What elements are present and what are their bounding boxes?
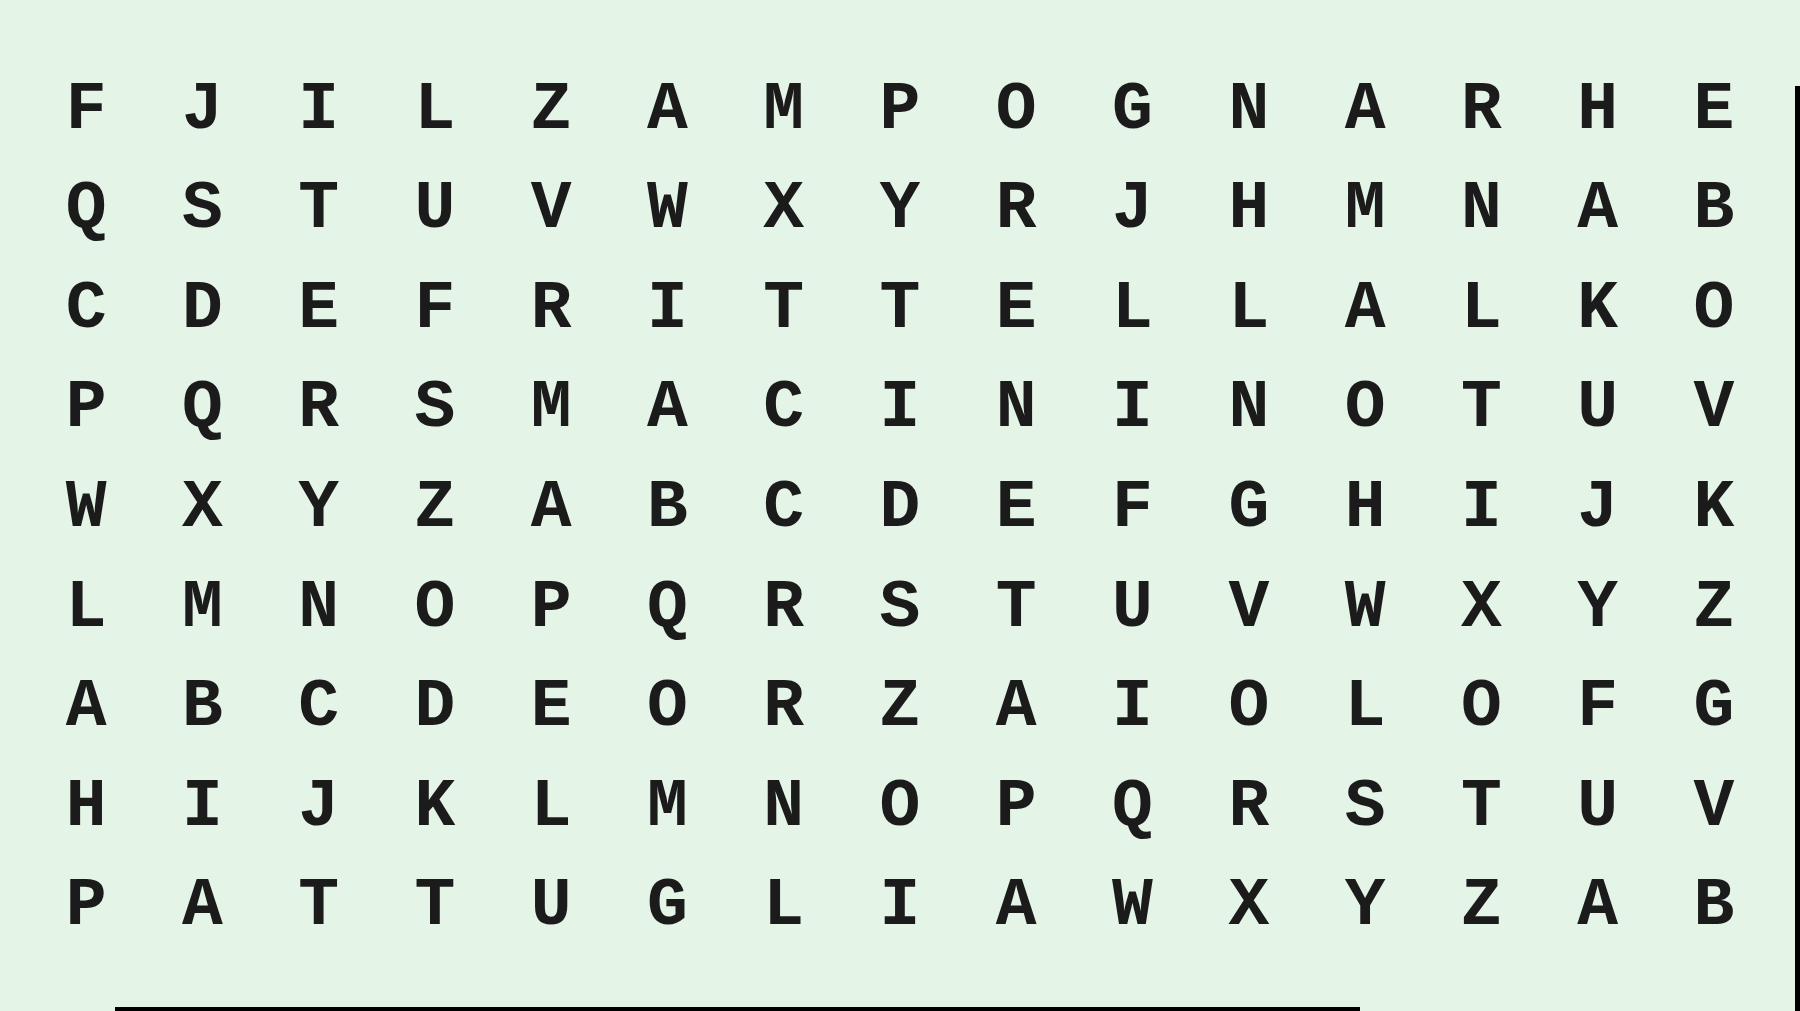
grid-cell[interactable]: B — [1656, 856, 1772, 956]
grid-cell[interactable]: Q — [1074, 757, 1190, 857]
grid-cell[interactable]: K — [377, 757, 493, 857]
grid-cell[interactable]: U — [1539, 757, 1655, 857]
grid-cell[interactable]: T — [958, 558, 1074, 658]
grid-cell[interactable]: K — [1656, 458, 1772, 558]
grid-cell[interactable]: I — [261, 60, 377, 160]
grid-cell[interactable]: A — [958, 856, 1074, 956]
grid-cell[interactable]: S — [1307, 757, 1423, 857]
grid-cell[interactable]: P — [842, 60, 958, 160]
grid-cell[interactable]: O — [609, 657, 725, 757]
grid-cell[interactable]: T — [261, 856, 377, 956]
grid-cell[interactable]: X — [726, 160, 842, 260]
grid-cell[interactable]: F — [1074, 458, 1190, 558]
grid-cell[interactable]: J — [261, 757, 377, 857]
grid-cell[interactable]: L — [1191, 259, 1307, 359]
word-grid: FJILZAMPOGNARHEQSTUVWXYRJHMNABCDEFRITTEL… — [28, 60, 1772, 956]
grid-cell[interactable]: N — [1191, 359, 1307, 459]
grid-cell[interactable]: N — [1191, 60, 1307, 160]
grid-cell[interactable]: P — [28, 856, 144, 956]
grid-cell[interactable]: A — [493, 458, 609, 558]
grid-cell[interactable]: Y — [842, 160, 958, 260]
grid-cell[interactable]: B — [144, 657, 260, 757]
grid-cell[interactable]: Z — [377, 458, 493, 558]
grid-cell[interactable]: D — [842, 458, 958, 558]
grid-cell[interactable]: Q — [144, 359, 260, 459]
grid-cell[interactable]: T — [261, 160, 377, 260]
grid-cell[interactable]: J — [1539, 458, 1655, 558]
grid-cell[interactable]: I — [144, 757, 260, 857]
grid-cell[interactable]: G — [1074, 60, 1190, 160]
grid-cell[interactable]: A — [1539, 856, 1655, 956]
grid-cell[interactable]: M — [1307, 160, 1423, 260]
screen-edge-right-bar — [1795, 86, 1800, 1011]
grid-cell[interactable]: L — [726, 856, 842, 956]
grid-cell[interactable]: K — [1539, 259, 1655, 359]
grid-cell[interactable]: H — [1307, 458, 1423, 558]
grid-cell[interactable]: R — [261, 359, 377, 459]
grid-cell[interactable]: U — [1539, 359, 1655, 459]
grid-cell[interactable]: T — [377, 856, 493, 956]
grid-cell[interactable]: E — [958, 458, 1074, 558]
grid-cell[interactable]: Z — [1423, 856, 1539, 956]
grid-cell[interactable]: R — [958, 160, 1074, 260]
grid-cell[interactable]: D — [377, 657, 493, 757]
grid-cell[interactable]: W — [609, 160, 725, 260]
grid-cell[interactable]: Z — [493, 60, 609, 160]
grid-cell[interactable]: S — [144, 160, 260, 260]
grid-cell[interactable]: B — [1656, 160, 1772, 260]
grid-cell[interactable]: E — [958, 259, 1074, 359]
grid-cell[interactable]: T — [1423, 757, 1539, 857]
grid-cell[interactable]: O — [377, 558, 493, 658]
screen-edge-bottom-bar — [115, 1007, 1360, 1011]
word-search-screen: FJILZAMPOGNARHEQSTUVWXYRJHMNABCDEFRITTEL… — [0, 0, 1800, 1011]
grid-cell[interactable]: I — [609, 259, 725, 359]
grid-cell[interactable]: I — [1423, 458, 1539, 558]
grid-cell[interactable]: O — [1191, 657, 1307, 757]
grid-cell[interactable]: A — [958, 657, 1074, 757]
grid-cell[interactable]: J — [144, 60, 260, 160]
grid-cell[interactable]: S — [377, 359, 493, 459]
grid-cell[interactable]: E — [493, 657, 609, 757]
grid-cell[interactable]: A — [1539, 160, 1655, 260]
grid-cell[interactable]: I — [842, 359, 958, 459]
grid-cell[interactable]: Z — [1656, 558, 1772, 658]
grid-cell[interactable]: N — [261, 558, 377, 658]
grid-cell[interactable]: N — [958, 359, 1074, 459]
grid-cell[interactable]: B — [609, 458, 725, 558]
grid-cell[interactable]: P — [493, 558, 609, 658]
grid-cell[interactable]: W — [28, 458, 144, 558]
grid-cell[interactable]: F — [377, 259, 493, 359]
grid-cell[interactable]: R — [1423, 60, 1539, 160]
grid-cell[interactable]: O — [958, 60, 1074, 160]
grid-cell[interactable]: M — [609, 757, 725, 857]
grid-cell[interactable]: G — [609, 856, 725, 956]
grid-cell[interactable]: Y — [1539, 558, 1655, 658]
grid-cell[interactable]: R — [1191, 757, 1307, 857]
grid-cell[interactable]: U — [1074, 558, 1190, 658]
grid-cell[interactable]: M — [144, 558, 260, 658]
grid-cell[interactable]: A — [144, 856, 260, 956]
grid-cell[interactable]: L — [493, 757, 609, 857]
grid-cell[interactable]: L — [28, 558, 144, 658]
grid-cell[interactable]: Y — [1307, 856, 1423, 956]
grid-cell[interactable]: V — [1656, 757, 1772, 857]
grid-cell[interactable]: I — [1074, 657, 1190, 757]
grid-cell[interactable]: F — [28, 60, 144, 160]
grid-cell[interactable]: H — [1539, 60, 1655, 160]
grid-cell[interactable]: D — [144, 259, 260, 359]
grid-cell[interactable]: W — [1307, 558, 1423, 658]
grid-cell[interactable]: P — [958, 757, 1074, 857]
grid-cell[interactable]: I — [1074, 359, 1190, 459]
grid-cell[interactable]: T — [726, 259, 842, 359]
grid-cell[interactable]: H — [28, 757, 144, 857]
grid-cell[interactable]: R — [493, 259, 609, 359]
grid-cell[interactable]: C — [726, 458, 842, 558]
grid-cell[interactable]: V — [1191, 558, 1307, 658]
grid-cell[interactable]: A — [1307, 259, 1423, 359]
grid-cell[interactable]: O — [1423, 657, 1539, 757]
grid-cell[interactable]: X — [144, 458, 260, 558]
grid-cell[interactable]: O — [842, 757, 958, 857]
grid-cell[interactable]: O — [1307, 359, 1423, 459]
grid-cell[interactable]: Q — [609, 558, 725, 658]
grid-cell[interactable]: A — [28, 657, 144, 757]
grid-cell[interactable]: C — [261, 657, 377, 757]
grid-cell[interactable]: L — [1423, 259, 1539, 359]
grid-cell[interactable]: W — [1074, 856, 1190, 956]
grid-cell[interactable]: U — [377, 160, 493, 260]
grid-cell[interactable]: Q — [28, 160, 144, 260]
grid-cell[interactable]: E — [1656, 60, 1772, 160]
grid-cell[interactable]: N — [726, 757, 842, 857]
grid-cell[interactable]: Z — [842, 657, 958, 757]
grid-cell[interactable]: Y — [261, 458, 377, 558]
grid-cell[interactable]: L — [1307, 657, 1423, 757]
grid-cell[interactable]: A — [1307, 60, 1423, 160]
grid-cell[interactable]: X — [1423, 558, 1539, 658]
grid-cell[interactable]: C — [28, 259, 144, 359]
grid-cell[interactable]: L — [377, 60, 493, 160]
grid-cell[interactable]: U — [493, 856, 609, 956]
grid-cell[interactable]: G — [1191, 458, 1307, 558]
grid-cell[interactable]: O — [1656, 259, 1772, 359]
grid-cell[interactable]: A — [609, 359, 725, 459]
grid-cell[interactable]: S — [842, 558, 958, 658]
grid-cell[interactable]: L — [1074, 259, 1190, 359]
grid-cell[interactable]: N — [1423, 160, 1539, 260]
grid-cell[interactable]: X — [1191, 856, 1307, 956]
grid-cell[interactable]: F — [1539, 657, 1655, 757]
grid-cell[interactable]: T — [1423, 359, 1539, 459]
grid-cell[interactable]: H — [1191, 160, 1307, 260]
grid-cell[interactable]: M — [726, 60, 842, 160]
grid-cell[interactable]: V — [493, 160, 609, 260]
grid-cell[interactable]: C — [726, 359, 842, 459]
grid-cell[interactable]: E — [261, 259, 377, 359]
grid-cell[interactable]: T — [842, 259, 958, 359]
grid-cell[interactable]: V — [1656, 359, 1772, 459]
grid-cell[interactable]: P — [28, 359, 144, 459]
grid-cell[interactable]: R — [726, 558, 842, 658]
grid-cell[interactable]: J — [1074, 160, 1190, 260]
grid-cell[interactable]: I — [842, 856, 958, 956]
grid-cell[interactable]: R — [726, 657, 842, 757]
grid-cell[interactable]: A — [609, 60, 725, 160]
grid-cell[interactable]: G — [1656, 657, 1772, 757]
grid-cell[interactable]: M — [493, 359, 609, 459]
